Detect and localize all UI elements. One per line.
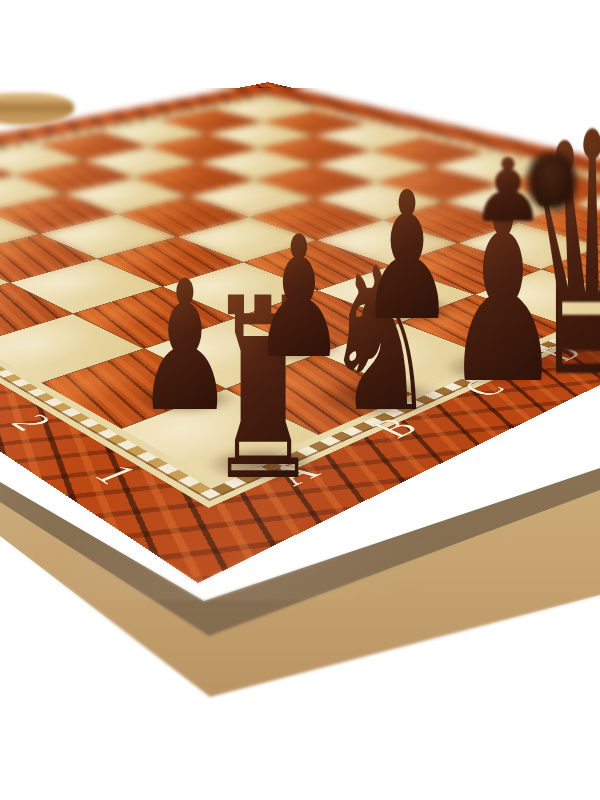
piece-dark-pawn-b2: ♟ <box>252 214 345 382</box>
chess-set-product-photo: ABCDEFGH 12345678 ♜♞♟♟♟♟♟♛ 8/8/8/8/8/3p4… <box>0 0 600 800</box>
piece-dark-queen-d1: ♛ <box>517 90 600 425</box>
piece-dark-pawn-c2: ♟ <box>359 169 454 346</box>
piece-dark-pawn-a2: ♟ <box>137 257 234 437</box>
